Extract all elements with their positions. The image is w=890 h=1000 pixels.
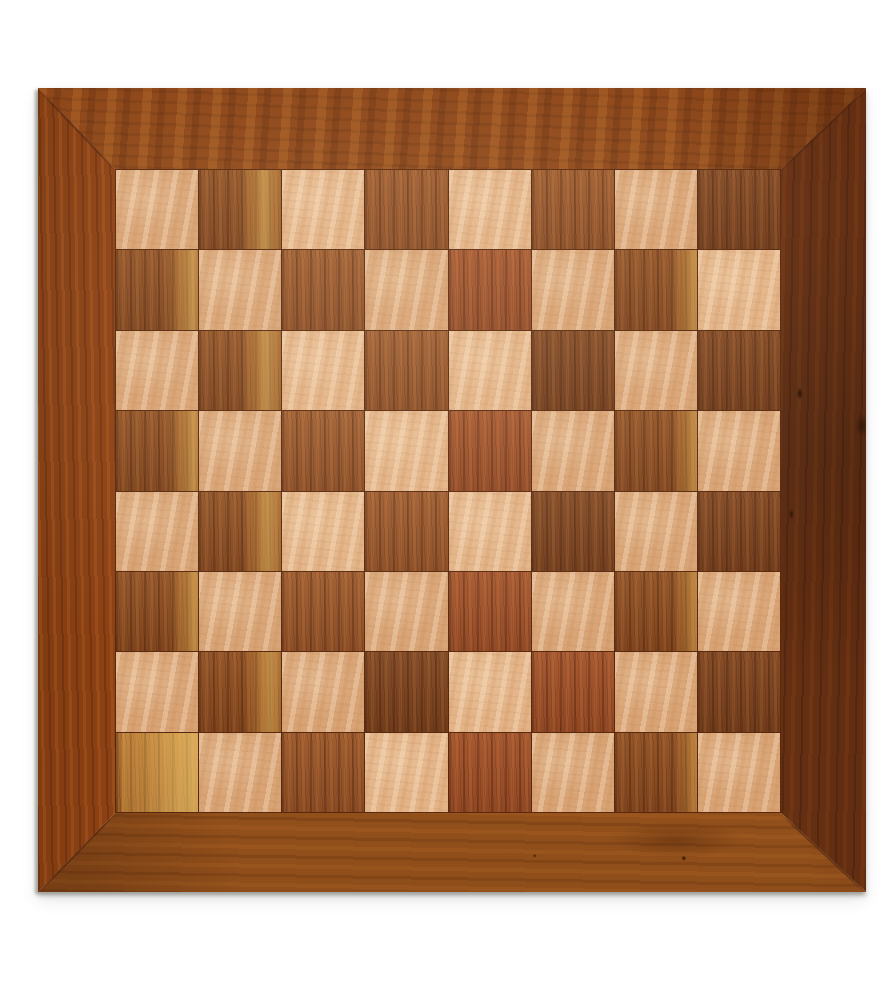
square-d2: [365, 652, 447, 731]
square-h4: [698, 492, 780, 571]
square-h6: [698, 331, 780, 410]
square-c8: [282, 170, 364, 249]
square-a5: [116, 411, 198, 490]
square-d1: [365, 733, 447, 812]
square-d8: [365, 170, 447, 249]
square-c2: [282, 652, 364, 731]
square-g6: [615, 331, 697, 410]
square-g2: [615, 652, 697, 731]
square-b2: [199, 652, 281, 731]
square-a6: [116, 331, 198, 410]
square-e4: [449, 492, 531, 571]
square-h5: [698, 411, 780, 490]
square-f1: [532, 733, 614, 812]
square-f7: [532, 250, 614, 329]
square-h3: [698, 572, 780, 651]
square-b5: [199, 411, 281, 490]
board-grid: [116, 170, 780, 812]
square-a3: [116, 572, 198, 651]
square-d3: [365, 572, 447, 651]
square-c1: [282, 733, 364, 812]
square-b4: [199, 492, 281, 571]
square-f6: [532, 331, 614, 410]
square-d5: [365, 411, 447, 490]
photo-canvas: [0, 0, 890, 1000]
square-c4: [282, 492, 364, 571]
square-b6: [199, 331, 281, 410]
square-h7: [698, 250, 780, 329]
square-f8: [532, 170, 614, 249]
square-f2: [532, 652, 614, 731]
square-a7: [116, 250, 198, 329]
square-g1: [615, 733, 697, 812]
square-d6: [365, 331, 447, 410]
square-a1: [116, 733, 198, 812]
square-g7: [615, 250, 697, 329]
square-h8: [698, 170, 780, 249]
square-h1: [698, 733, 780, 812]
square-e5: [449, 411, 531, 490]
square-b8: [199, 170, 281, 249]
square-f5: [532, 411, 614, 490]
square-a2: [116, 652, 198, 731]
square-e6: [449, 331, 531, 410]
square-f3: [532, 572, 614, 651]
square-a4: [116, 492, 198, 571]
square-b1: [199, 733, 281, 812]
square-e3: [449, 572, 531, 651]
square-g4: [615, 492, 697, 571]
chessboard: [38, 88, 866, 892]
square-c6: [282, 331, 364, 410]
square-e2: [449, 652, 531, 731]
square-g3: [615, 572, 697, 651]
square-f4: [532, 492, 614, 571]
square-c5: [282, 411, 364, 490]
square-b3: [199, 572, 281, 651]
square-h2: [698, 652, 780, 731]
square-a8: [116, 170, 198, 249]
square-c3: [282, 572, 364, 651]
square-b7: [199, 250, 281, 329]
square-e1: [449, 733, 531, 812]
square-g5: [615, 411, 697, 490]
square-e8: [449, 170, 531, 249]
square-d4: [365, 492, 447, 571]
square-e7: [449, 250, 531, 329]
square-d7: [365, 250, 447, 329]
square-g8: [615, 170, 697, 249]
square-c7: [282, 250, 364, 329]
